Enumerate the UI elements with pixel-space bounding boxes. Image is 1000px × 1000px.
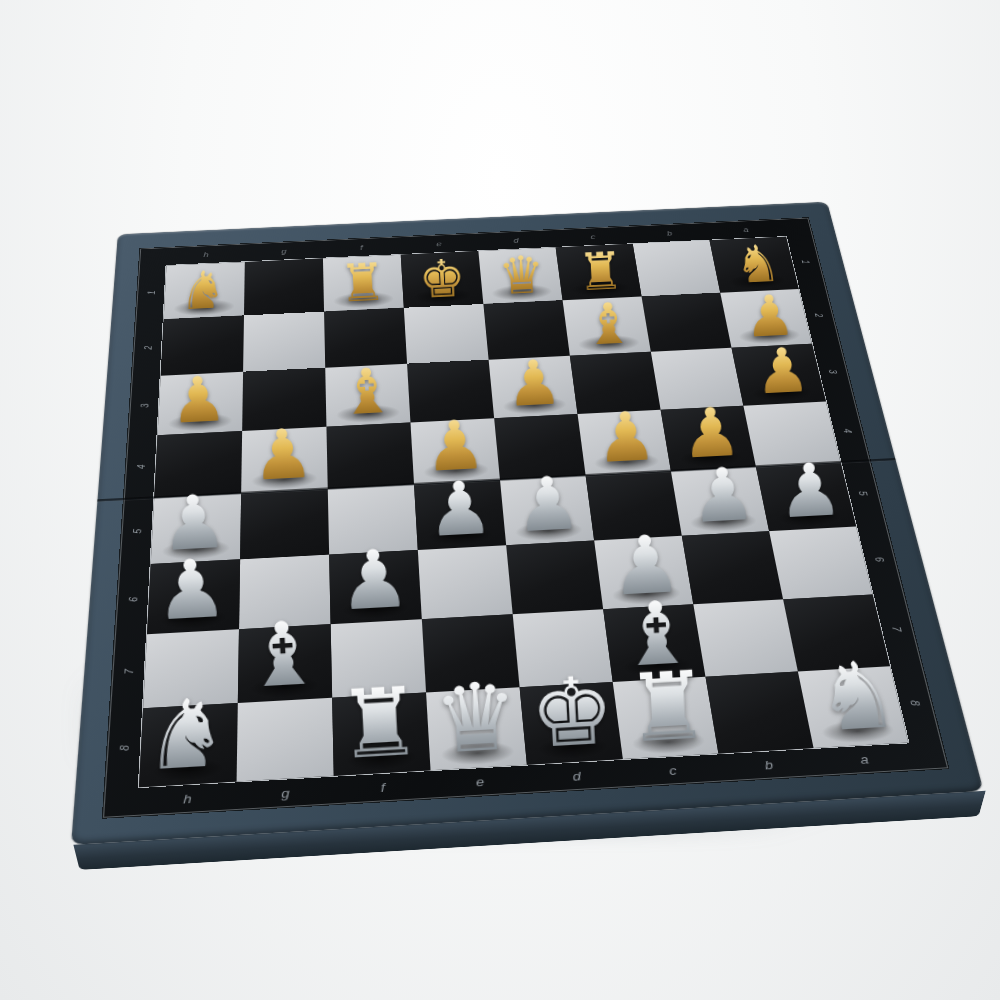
square-e1[interactable]: ♚ bbox=[401, 251, 484, 308]
square-a8[interactable]: ♞ bbox=[798, 666, 908, 748]
rank-label-1: 1 bbox=[765, 251, 847, 273]
square-e2[interactable] bbox=[404, 304, 489, 364]
square-g5[interactable] bbox=[240, 489, 329, 559]
square-a5[interactable]: ♟ bbox=[756, 462, 856, 531]
file-label-g: g bbox=[236, 776, 334, 810]
file-label-b: b bbox=[718, 748, 819, 781]
square-f6[interactable]: ♟ bbox=[329, 550, 422, 624]
square-g8[interactable] bbox=[237, 698, 334, 782]
square-b7[interactable] bbox=[693, 599, 798, 676]
silver-rook-f8[interactable]: ♜ bbox=[335, 677, 424, 771]
square-f8[interactable]: ♜ bbox=[332, 692, 430, 775]
square-b8[interactable] bbox=[705, 672, 813, 754]
silver-pawn-a5[interactable]: ♟ bbox=[776, 454, 845, 527]
square-b1[interactable] bbox=[633, 240, 721, 296]
square-e8[interactable]: ♛ bbox=[426, 687, 527, 770]
file-label-d: d bbox=[527, 759, 627, 793]
rank-label-4: 4 bbox=[804, 418, 893, 443]
gold-pawn-d3[interactable]: ♟ bbox=[505, 353, 564, 415]
board-coordinate-border: hgfedcba hgfedcba 12345678 12345678 ♞♜♚♛… bbox=[103, 218, 948, 818]
silver-knight-h8[interactable]: ♞ bbox=[141, 688, 231, 783]
file-label-a: a bbox=[814, 742, 915, 775]
board-frame: hgfedcba hgfedcba 12345678 12345678 ♞♜♚♛… bbox=[71, 202, 984, 845]
gold-bishop-f3[interactable]: ♝ bbox=[337, 361, 396, 423]
square-g2[interactable] bbox=[243, 312, 325, 372]
silver-pawn-d5[interactable]: ♟ bbox=[513, 468, 582, 541]
gold-king-e1[interactable]: ♚ bbox=[418, 253, 467, 304]
rank-label-3: 3 bbox=[102, 393, 187, 418]
silver-rook-c8[interactable]: ♜ bbox=[624, 661, 712, 755]
rank-label-2: 2 bbox=[777, 304, 861, 327]
square-h8[interactable]: ♞ bbox=[139, 703, 238, 787]
gold-rook-f1[interactable]: ♜ bbox=[338, 257, 387, 308]
file-label-e: e bbox=[431, 765, 530, 799]
square-d3[interactable]: ♟ bbox=[489, 356, 578, 419]
square-f3[interactable]: ♝ bbox=[325, 364, 410, 427]
silver-pawn-f6[interactable]: ♟ bbox=[336, 540, 412, 620]
gold-pawn-c4[interactable]: ♟ bbox=[594, 404, 658, 471]
square-g4[interactable]: ♟ bbox=[241, 427, 328, 494]
photo-scene: hgfedcba hgfedcba 12345678 12345678 ♞♜♚♛… bbox=[100, 80, 900, 880]
square-b6[interactable] bbox=[682, 531, 783, 604]
silver-knight-a8[interactable]: ♞ bbox=[814, 650, 901, 743]
file-label-f: f bbox=[334, 770, 432, 804]
silver-king-d8[interactable]: ♚ bbox=[528, 666, 616, 760]
rank-label-3: 3 bbox=[790, 360, 876, 384]
square-e6[interactable] bbox=[418, 545, 513, 619]
square-b2[interactable] bbox=[642, 293, 732, 352]
silver-bishop-g7[interactable]: ♝ bbox=[242, 612, 325, 699]
square-g7[interactable]: ♝ bbox=[238, 624, 332, 703]
gold-pawn-g4[interactable]: ♟ bbox=[251, 422, 316, 490]
square-g1[interactable] bbox=[244, 258, 324, 315]
square-d6[interactable] bbox=[506, 541, 603, 615]
silver-pawn-b5[interactable]: ♟ bbox=[689, 459, 758, 532]
gold-bishop-c2[interactable]: ♝ bbox=[582, 296, 635, 352]
square-f4[interactable] bbox=[326, 422, 414, 488]
square-a6[interactable] bbox=[769, 527, 872, 600]
gold-queen-d1[interactable]: ♛ bbox=[497, 249, 546, 300]
square-d8[interactable]: ♚ bbox=[520, 682, 623, 765]
rank-label-1: 1 bbox=[111, 282, 192, 304]
rank-label-4: 4 bbox=[97, 454, 184, 480]
silver-queen-e8[interactable]: ♛ bbox=[432, 672, 521, 766]
silver-pawn-e5[interactable]: ♟ bbox=[425, 472, 495, 546]
chess-board: hgfedcba hgfedcba 12345678 12345678 ♞♜♚♛… bbox=[71, 202, 984, 845]
file-label-h: h bbox=[137, 781, 236, 815]
gold-rook-c1[interactable]: ♜ bbox=[576, 246, 624, 297]
rank-label-2: 2 bbox=[106, 336, 189, 360]
square-h6[interactable]: ♟ bbox=[147, 559, 240, 634]
square-d5[interactable]: ♟ bbox=[500, 476, 594, 546]
square-b5[interactable]: ♟ bbox=[671, 467, 769, 536]
square-c8[interactable]: ♜ bbox=[613, 677, 719, 759]
square-f1[interactable]: ♜ bbox=[323, 255, 404, 312]
square-c2[interactable]: ♝ bbox=[563, 296, 651, 355]
square-e5[interactable]: ♟ bbox=[414, 480, 506, 550]
silver-pawn-h6[interactable]: ♟ bbox=[153, 549, 230, 630]
square-d1[interactable]: ♛ bbox=[478, 247, 562, 304]
square-c4[interactable]: ♟ bbox=[578, 410, 671, 476]
file-label-c: c bbox=[623, 754, 723, 788]
